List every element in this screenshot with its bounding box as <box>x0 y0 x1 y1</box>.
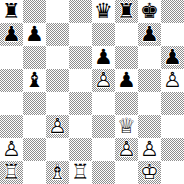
square-h2[interactable] <box>161 138 184 161</box>
black-pawn: ♟ <box>138 23 161 46</box>
square-h4[interactable] <box>161 92 184 115</box>
white-pawn: ♟♙ <box>0 138 23 161</box>
square-d8[interactable] <box>69 0 92 23</box>
black-pawn: ♟ <box>23 23 46 46</box>
black-pawn: ♟ <box>0 23 23 46</box>
white-bishop: ♝♗ <box>46 161 69 184</box>
square-a3[interactable] <box>0 115 23 138</box>
white-pawn: ♟♙ <box>138 138 161 161</box>
black-rook: ♜ <box>0 0 23 23</box>
square-a6[interactable] <box>0 46 23 69</box>
white-rook: ♜♖ <box>69 161 92 184</box>
square-e1[interactable] <box>92 161 115 184</box>
black-king: ♚ <box>138 0 161 23</box>
square-g8[interactable]: ♚ <box>138 0 161 23</box>
square-g1[interactable]: ♚♔ <box>138 161 161 184</box>
square-d2[interactable] <box>69 138 92 161</box>
black-pawn: ♟ <box>92 46 115 69</box>
square-b6[interactable] <box>23 46 46 69</box>
square-a5[interactable] <box>0 69 23 92</box>
square-b1[interactable] <box>23 161 46 184</box>
square-c4[interactable] <box>46 92 69 115</box>
white-pawn: ♟♙ <box>92 69 115 92</box>
white-king: ♚♔ <box>138 161 161 184</box>
square-b2[interactable] <box>23 138 46 161</box>
square-f1[interactable] <box>115 161 138 184</box>
square-f5[interactable]: ♟ <box>115 69 138 92</box>
black-pawn: ♟ <box>161 46 184 69</box>
square-h5[interactable]: ♟♙ <box>161 69 184 92</box>
square-d7[interactable] <box>69 23 92 46</box>
white-pawn: ♟♙ <box>46 115 69 138</box>
square-b5[interactable]: ♝ <box>23 69 46 92</box>
square-d3[interactable] <box>69 115 92 138</box>
white-rook: ♜♖ <box>0 161 23 184</box>
square-b3[interactable] <box>23 115 46 138</box>
square-g2[interactable]: ♟♙ <box>138 138 161 161</box>
chess-board: ♜♛♜♚♟♟♟♟♟♝♟♙♟♟♙♟♙♛♕♟♙♟♙♟♙♜♖♝♗♜♖♚♔ <box>0 0 184 184</box>
black-rook: ♜ <box>115 0 138 23</box>
black-pawn: ♟ <box>115 69 138 92</box>
square-c8[interactable] <box>46 0 69 23</box>
square-h6[interactable]: ♟ <box>161 46 184 69</box>
square-a7[interactable]: ♟ <box>0 23 23 46</box>
square-f6[interactable] <box>115 46 138 69</box>
square-e3[interactable] <box>92 115 115 138</box>
square-f4[interactable] <box>115 92 138 115</box>
square-a2[interactable]: ♟♙ <box>0 138 23 161</box>
square-a8[interactable]: ♜ <box>0 0 23 23</box>
square-e5[interactable]: ♟♙ <box>92 69 115 92</box>
square-e2[interactable] <box>92 138 115 161</box>
white-pawn: ♟♙ <box>115 138 138 161</box>
square-c5[interactable] <box>46 69 69 92</box>
square-a1[interactable]: ♜♖ <box>0 161 23 184</box>
square-g5[interactable] <box>138 69 161 92</box>
square-c2[interactable] <box>46 138 69 161</box>
square-f3[interactable]: ♛♕ <box>115 115 138 138</box>
square-f2[interactable]: ♟♙ <box>115 138 138 161</box>
square-a4[interactable] <box>0 92 23 115</box>
square-g7[interactable]: ♟ <box>138 23 161 46</box>
square-e6[interactable]: ♟ <box>92 46 115 69</box>
square-d1[interactable]: ♜♖ <box>69 161 92 184</box>
square-g3[interactable] <box>138 115 161 138</box>
square-g4[interactable] <box>138 92 161 115</box>
square-h1[interactable] <box>161 161 184 184</box>
square-b4[interactable] <box>23 92 46 115</box>
square-b8[interactable] <box>23 0 46 23</box>
white-pawn: ♟♙ <box>161 69 184 92</box>
square-e8[interactable]: ♛ <box>92 0 115 23</box>
square-h8[interactable] <box>161 0 184 23</box>
black-bishop: ♝ <box>23 69 46 92</box>
square-f8[interactable]: ♜ <box>115 0 138 23</box>
square-d5[interactable] <box>69 69 92 92</box>
square-c6[interactable] <box>46 46 69 69</box>
white-queen: ♛♕ <box>115 115 138 138</box>
square-b7[interactable]: ♟ <box>23 23 46 46</box>
square-h7[interactable] <box>161 23 184 46</box>
black-queen: ♛ <box>92 0 115 23</box>
square-c1[interactable]: ♝♗ <box>46 161 69 184</box>
square-e7[interactable] <box>92 23 115 46</box>
square-g6[interactable] <box>138 46 161 69</box>
square-c3[interactable]: ♟♙ <box>46 115 69 138</box>
square-c7[interactable] <box>46 23 69 46</box>
square-h3[interactable] <box>161 115 184 138</box>
square-d6[interactable] <box>69 46 92 69</box>
square-f7[interactable] <box>115 23 138 46</box>
square-d4[interactable] <box>69 92 92 115</box>
square-e4[interactable] <box>92 92 115 115</box>
